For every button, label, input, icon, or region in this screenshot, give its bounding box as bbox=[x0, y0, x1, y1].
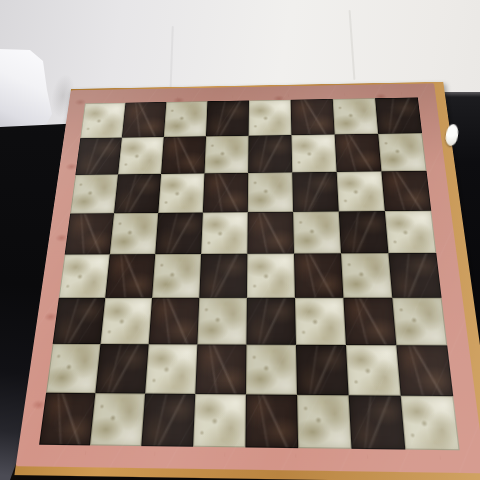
square-a1 bbox=[39, 393, 95, 446]
square-b7 bbox=[118, 137, 164, 174]
square-g4 bbox=[341, 253, 392, 298]
square-g6 bbox=[337, 171, 385, 211]
square-f8 bbox=[291, 99, 335, 135]
square-b5 bbox=[110, 213, 158, 254]
square-e6 bbox=[248, 172, 293, 212]
square-b6 bbox=[114, 174, 161, 213]
square-f7 bbox=[291, 134, 336, 172]
square-e7 bbox=[248, 135, 292, 173]
square-b4 bbox=[105, 254, 155, 298]
square-c1 bbox=[141, 394, 195, 447]
square-h6 bbox=[381, 171, 431, 211]
square-e5 bbox=[247, 212, 294, 254]
photo-of-marble-chessboard bbox=[0, 0, 480, 480]
square-c3 bbox=[149, 298, 200, 345]
square-a4 bbox=[59, 254, 110, 298]
square-f3 bbox=[295, 298, 346, 345]
square-f2 bbox=[296, 345, 349, 395]
chessboard bbox=[14, 82, 480, 480]
square-h4 bbox=[388, 253, 441, 298]
square-d5 bbox=[201, 212, 248, 254]
square-b3 bbox=[100, 298, 152, 344]
square-g5 bbox=[339, 211, 389, 253]
square-a3 bbox=[53, 298, 106, 344]
square-f1 bbox=[297, 395, 351, 449]
square-e4 bbox=[247, 254, 295, 298]
square-a7 bbox=[75, 138, 122, 175]
square-c7 bbox=[161, 136, 206, 174]
square-d8 bbox=[206, 100, 249, 136]
square-e2 bbox=[246, 345, 297, 395]
square-c6 bbox=[158, 173, 204, 212]
square-b2 bbox=[95, 344, 148, 394]
square-c5 bbox=[155, 213, 203, 255]
square-h7 bbox=[378, 133, 426, 171]
square-a6 bbox=[70, 174, 118, 213]
square-h8 bbox=[375, 97, 422, 133]
square-d7 bbox=[204, 136, 248, 174]
square-g3 bbox=[343, 298, 396, 345]
square-f6 bbox=[292, 172, 339, 212]
square-f4 bbox=[294, 253, 343, 297]
square-d3 bbox=[197, 298, 247, 345]
square-f5 bbox=[293, 211, 341, 253]
square-d6 bbox=[203, 173, 248, 213]
square-e8 bbox=[249, 100, 292, 136]
chessboard-grid bbox=[39, 97, 460, 450]
square-e3 bbox=[246, 298, 296, 345]
square-e1 bbox=[245, 394, 298, 448]
square-d1 bbox=[193, 394, 246, 447]
square-a5 bbox=[65, 213, 114, 254]
square-g1 bbox=[349, 395, 406, 449]
square-c2 bbox=[145, 344, 197, 394]
square-c8 bbox=[164, 101, 208, 137]
square-c4 bbox=[152, 254, 201, 298]
square-h2 bbox=[396, 345, 453, 396]
square-b8 bbox=[122, 102, 166, 138]
square-d4 bbox=[199, 254, 247, 298]
square-g8 bbox=[333, 98, 378, 134]
square-h1 bbox=[401, 396, 460, 451]
square-h5 bbox=[385, 211, 436, 253]
square-g2 bbox=[346, 345, 401, 396]
square-a2 bbox=[46, 344, 100, 393]
square-g7 bbox=[335, 134, 382, 172]
square-a8 bbox=[80, 103, 125, 139]
square-b1 bbox=[90, 393, 145, 446]
square-d2 bbox=[195, 344, 246, 394]
square-h3 bbox=[392, 298, 447, 346]
